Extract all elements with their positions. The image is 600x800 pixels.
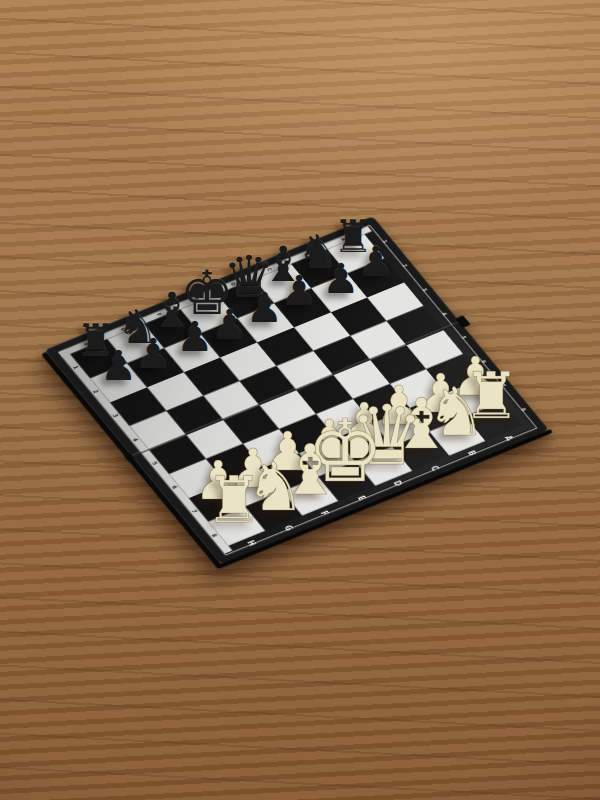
- file-label-near-H: H: [245, 540, 256, 547]
- rank-label-right-8: 8: [520, 407, 527, 411]
- file-label-near-D: D: [392, 480, 403, 487]
- rank-label-right-7: 7: [500, 383, 507, 387]
- photo-scene: HGFEDCBAHGFEDCBA1234567812345678 ♜♞♟♝♟♛♟…: [0, 0, 600, 800]
- file-label-near-B: B: [466, 450, 476, 457]
- file-label-near-G: G: [282, 525, 293, 532]
- rank-label-right-3: 3: [421, 288, 428, 292]
- rank-label-right-4: 4: [441, 312, 448, 316]
